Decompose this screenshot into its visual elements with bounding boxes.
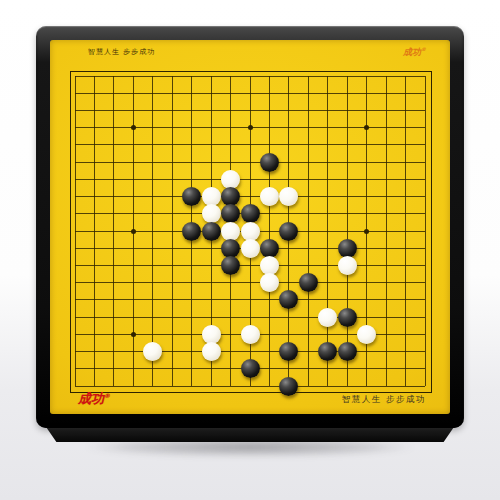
stone-black[interactable] (221, 256, 240, 275)
stone-black[interactable] (202, 222, 221, 241)
stone-white[interactable] (241, 222, 260, 241)
go-set-product-photo: 智慧人生 步步成功 成功® 成功® 智慧人生 步步成功 (0, 0, 500, 500)
stone-white[interactable] (221, 222, 240, 241)
stone-black[interactable] (260, 153, 279, 172)
top-slogan-text: 智慧人生 步步成功 (88, 49, 155, 56)
stone-white[interactable] (202, 204, 221, 223)
stone-black[interactable] (338, 239, 357, 258)
star-point (131, 125, 136, 130)
star-point (364, 229, 369, 234)
star-point (131, 229, 136, 234)
grid-line-vertical (386, 76, 387, 386)
stone-black[interactable] (260, 239, 279, 258)
stone-black[interactable] (338, 308, 357, 327)
stone-white[interactable] (221, 170, 240, 189)
stone-white[interactable] (357, 325, 376, 344)
grid-line-horizontal (75, 351, 425, 352)
grid-line-vertical (327, 76, 328, 386)
board-frame: 智慧人生 步步成功 成功® 成功® 智慧人生 步步成功 (36, 26, 464, 428)
stone-black[interactable] (338, 342, 357, 361)
grid-line-horizontal (75, 282, 425, 283)
star-point (248, 125, 253, 130)
stone-white[interactable] (241, 239, 260, 258)
stone-white[interactable] (241, 325, 260, 344)
stone-white[interactable] (202, 342, 221, 361)
grid-line-vertical (347, 76, 348, 386)
stone-white[interactable] (260, 256, 279, 275)
stone-black[interactable] (221, 239, 240, 258)
go-board[interactable]: 智慧人生 步步成功 成功® 成功® 智慧人生 步步成功 (50, 40, 450, 414)
stone-black[interactable] (241, 204, 260, 223)
stone-black[interactable] (299, 273, 318, 292)
grid-line-horizontal (75, 386, 425, 387)
stone-white[interactable] (318, 308, 337, 327)
stone-black[interactable] (221, 187, 240, 206)
grid-line-vertical (425, 76, 426, 386)
stone-black[interactable] (279, 377, 298, 396)
brand-logo-bottom-left: 成功® (78, 392, 110, 405)
stone-black[interactable] (279, 222, 298, 241)
stone-white[interactable] (338, 256, 357, 275)
grid-line-horizontal (75, 299, 425, 300)
grid-line-vertical (269, 76, 270, 386)
brand-logo-top-right: 成功® (403, 47, 426, 57)
stone-white[interactable] (202, 325, 221, 344)
stone-white[interactable] (260, 273, 279, 292)
stone-white[interactable] (202, 187, 221, 206)
star-point (131, 332, 136, 337)
stone-white[interactable] (260, 187, 279, 206)
stone-black[interactable] (182, 222, 201, 241)
stone-black[interactable] (241, 359, 260, 378)
grid-line-horizontal (75, 265, 425, 266)
grid-line-horizontal (75, 317, 425, 318)
bottom-slogan-text: 智慧人生 步步成功 (342, 395, 426, 404)
grid-line-vertical (308, 76, 309, 386)
grid-line-vertical (405, 76, 406, 386)
